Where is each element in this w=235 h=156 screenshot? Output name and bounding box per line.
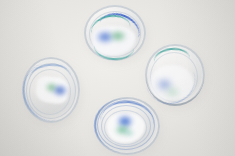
photo: Overhead photograph of four clear handma… [0, 0, 235, 156]
right-glass-blue-streak-bottom [138, 47, 201, 110]
bottom-glass-swirl-ring-1 [97, 100, 155, 150]
right-glass [0, 0, 235, 156]
left-glass-blue-streak-top [28, 62, 73, 94]
top-glass-teal-swirl-arc [89, 12, 134, 48]
bottom-glass [0, 0, 235, 156]
right-glass-glass-body [145, 44, 205, 106]
left-glass-glass-body [22, 57, 80, 123]
photo-caption: Overhead photograph of four clear handma… [0, 0, 1, 1]
bottom-glass-blue-glass-blob [116, 114, 134, 129]
bottom-glass-blue-streak-left [90, 94, 160, 156]
right-glass-rim-lip [145, 44, 205, 106]
top-glass-cobalt-swirl-arc [94, 7, 145, 52]
right-glass-cast-shadow [144, 47, 210, 113]
bottom-glass-green-glass-blob [114, 124, 131, 136]
left-glass-green-glass-blob [45, 82, 58, 93]
left-glass-cast-shadow [21, 60, 85, 130]
top-glass-blue-glass-blob [95, 30, 115, 44]
left-glass-blue-streak-left [16, 57, 81, 126]
bottom-glass-swirl-ring-3 [104, 110, 147, 145]
bottom-glass-rim-lip [94, 97, 160, 155]
left-glass-inner-wall-ring [26, 63, 76, 119]
right-glass-base-well [150, 65, 194, 101]
bottom-glass-glass-body [94, 97, 160, 155]
top-glass-inner-wall-ring [89, 11, 141, 57]
left-glass-rim-lip [22, 57, 80, 123]
top-glass-cast-shadow [83, 10, 151, 66]
right-glass-dark-bottom-rim-arc [146, 48, 204, 106]
right-glass-inner-wall-ring [150, 52, 198, 102]
bottom-glass-swirl-ring-2 [101, 105, 151, 147]
left-glass-base-well-diamond [34, 75, 69, 105]
left-glass-inner-wall-ring-2 [29, 69, 71, 115]
top-glass-glass-body [84, 5, 146, 61]
left-glass-blue-glass-blob [52, 84, 68, 97]
left-glass [0, 0, 235, 156]
bottom-glass-base-well [107, 113, 145, 143]
top-glass-green-glass-blob [109, 30, 127, 42]
top-glass-base-well [92, 26, 136, 56]
right-glass-green-glass-blob [165, 87, 180, 97]
bottom-glass-cast-shadow [93, 100, 165, 156]
top-glass [0, 0, 235, 156]
top-glass-rim-lip [84, 5, 146, 61]
bottom-glass-blue-streak-top [98, 99, 156, 148]
right-glass-blue-glass-blob [156, 78, 173, 91]
top-glass-lower-teal-arc [93, 33, 135, 62]
right-glass-teal-swirl-arc [153, 46, 191, 74]
bottom-glass-aqua-glass-blob [123, 129, 135, 137]
